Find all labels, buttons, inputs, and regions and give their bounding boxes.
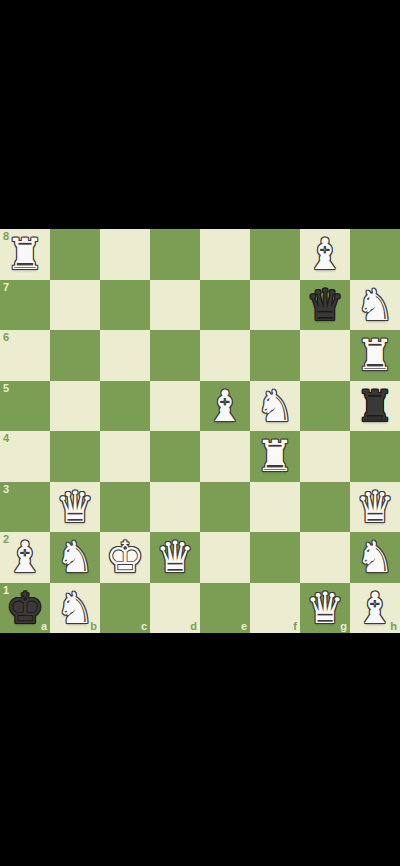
square-d4[interactable] [150, 431, 200, 482]
square-h5[interactable]: ♜ [350, 381, 400, 432]
square-h2[interactable]: ♞ [350, 532, 400, 583]
square-d3[interactable] [150, 482, 200, 533]
piece-black-rook-h5[interactable]: ♜ [350, 381, 400, 432]
piece-white-queen-h3[interactable]: ♛ [350, 482, 400, 533]
piece-white-queen-d2[interactable]: ♛ [150, 532, 200, 583]
piece-white-knight-h2[interactable]: ♞ [350, 532, 400, 583]
piece-white-bishop-a2[interactable]: ♝ [0, 532, 50, 583]
square-e8[interactable] [200, 229, 250, 280]
piece-white-rook-f4[interactable]: ♜ [250, 431, 300, 482]
square-d2[interactable]: ♛ [150, 532, 200, 583]
piece-white-knight-h7[interactable]: ♞ [350, 280, 400, 331]
piece-white-bishop-e5[interactable]: ♝ [200, 381, 250, 432]
square-d5[interactable] [150, 381, 200, 432]
square-f3[interactable] [250, 482, 300, 533]
square-e2[interactable] [200, 532, 250, 583]
square-g3[interactable] [300, 482, 350, 533]
square-b4[interactable] [50, 431, 100, 482]
square-c6[interactable] [100, 330, 150, 381]
square-d7[interactable] [150, 280, 200, 331]
square-a2[interactable]: 2♝ [0, 532, 50, 583]
square-g4[interactable] [300, 431, 350, 482]
rank-label-4: 4 [3, 432, 9, 444]
square-c3[interactable] [100, 482, 150, 533]
square-c2[interactable]: ♚ [100, 532, 150, 583]
square-e6[interactable] [200, 330, 250, 381]
square-f7[interactable] [250, 280, 300, 331]
file-label-c: c [141, 620, 147, 632]
square-e3[interactable] [200, 482, 250, 533]
square-e4[interactable] [200, 431, 250, 482]
square-f1[interactable]: f [250, 583, 300, 634]
square-e5[interactable]: ♝ [200, 381, 250, 432]
square-f8[interactable] [250, 229, 300, 280]
square-d1[interactable]: d [150, 583, 200, 634]
piece-white-knight-b1[interactable]: ♞ [50, 583, 100, 634]
square-d8[interactable] [150, 229, 200, 280]
square-h6[interactable]: ♜ [350, 330, 400, 381]
square-f4[interactable]: ♜ [250, 431, 300, 482]
file-label-d: d [190, 620, 197, 632]
square-g8[interactable]: ♝ [300, 229, 350, 280]
square-h8[interactable] [350, 229, 400, 280]
piece-white-queen-b3[interactable]: ♛ [50, 482, 100, 533]
square-c5[interactable] [100, 381, 150, 432]
square-h3[interactable]: ♛ [350, 482, 400, 533]
square-a5[interactable]: 5 [0, 381, 50, 432]
square-c8[interactable] [100, 229, 150, 280]
phone-screen: 8♜♝7♛♞6♜5♝♞♜4♜3♛♛2♝♞♚♛♞1a♚b♞cdefg♛h♝ [0, 0, 400, 866]
square-g7[interactable]: ♛ [300, 280, 350, 331]
square-h4[interactable] [350, 431, 400, 482]
piece-black-king-a1[interactable]: ♚ [0, 583, 50, 634]
square-c4[interactable] [100, 431, 150, 482]
square-f6[interactable] [250, 330, 300, 381]
square-c1[interactable]: c [100, 583, 150, 634]
square-d6[interactable] [150, 330, 200, 381]
square-h1[interactable]: h♝ [350, 583, 400, 634]
rank-label-6: 6 [3, 331, 9, 343]
square-a6[interactable]: 6 [0, 330, 50, 381]
square-h7[interactable]: ♞ [350, 280, 400, 331]
square-g1[interactable]: g♛ [300, 583, 350, 634]
piece-white-rook-h6[interactable]: ♜ [350, 330, 400, 381]
piece-white-bishop-h1[interactable]: ♝ [350, 583, 400, 634]
file-label-e: e [241, 620, 247, 632]
square-a4[interactable]: 4 [0, 431, 50, 482]
square-g5[interactable] [300, 381, 350, 432]
chess-board[interactable]: 8♜♝7♛♞6♜5♝♞♜4♜3♛♛2♝♞♚♛♞1a♚b♞cdefg♛h♝ [0, 229, 400, 633]
rank-label-3: 3 [3, 483, 9, 495]
square-b5[interactable] [50, 381, 100, 432]
square-e1[interactable]: e [200, 583, 250, 634]
square-a7[interactable]: 7 [0, 280, 50, 331]
file-label-f: f [293, 620, 297, 632]
square-g2[interactable] [300, 532, 350, 583]
piece-white-bishop-g8[interactable]: ♝ [300, 229, 350, 280]
square-c7[interactable] [100, 280, 150, 331]
square-a8[interactable]: 8♜ [0, 229, 50, 280]
piece-white-rook-a8[interactable]: ♜ [0, 229, 50, 280]
piece-white-knight-f5[interactable]: ♞ [250, 381, 300, 432]
square-b1[interactable]: b♞ [50, 583, 100, 634]
piece-white-knight-b2[interactable]: ♞ [50, 532, 100, 583]
piece-black-queen-g7[interactable]: ♛ [300, 280, 350, 331]
square-e7[interactable] [200, 280, 250, 331]
square-f2[interactable] [250, 532, 300, 583]
square-b8[interactable] [50, 229, 100, 280]
square-a1[interactable]: 1a♚ [0, 583, 50, 634]
rank-label-5: 5 [3, 382, 9, 394]
piece-white-king-c2[interactable]: ♚ [100, 532, 150, 583]
square-b7[interactable] [50, 280, 100, 331]
square-b6[interactable] [50, 330, 100, 381]
square-a3[interactable]: 3 [0, 482, 50, 533]
square-g6[interactable] [300, 330, 350, 381]
rank-label-7: 7 [3, 281, 9, 293]
square-b2[interactable]: ♞ [50, 532, 100, 583]
piece-white-queen-g1[interactable]: ♛ [300, 583, 350, 634]
square-b3[interactable]: ♛ [50, 482, 100, 533]
square-f5[interactable]: ♞ [250, 381, 300, 432]
